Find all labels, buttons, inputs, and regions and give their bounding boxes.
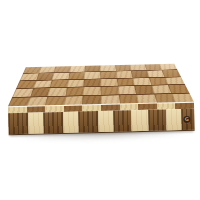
top-square-r2c6 <box>117 78 135 85</box>
top-square-r3c4 <box>83 87 101 95</box>
brand-logo-g: G <box>183 115 190 122</box>
top-square-r1c3 <box>68 72 85 79</box>
top-square-r0c5 <box>100 65 116 71</box>
top-square-r3c3 <box>65 87 83 95</box>
top-square-r1c4 <box>84 72 100 79</box>
top-square-r1c6 <box>116 71 133 78</box>
face-stripe-5 <box>98 111 113 132</box>
top-square-r0c9 <box>159 64 177 70</box>
cutting-board: G <box>0 0 200 200</box>
top-square-r2c2 <box>50 80 68 87</box>
brand-logo-letter: G <box>185 116 189 121</box>
board-front-face: G <box>8 102 195 136</box>
face-stripe-7 <box>131 110 148 131</box>
top-square-r1c5 <box>100 72 116 79</box>
face-stripe-4 <box>78 111 98 132</box>
top-square-r0c6 <box>115 65 131 71</box>
product-photo-cutting-board: G <box>0 0 200 200</box>
top-square-r3c2 <box>48 88 67 96</box>
face-stripe-8 <box>148 109 166 130</box>
top-square-r0c4 <box>85 66 100 72</box>
top-square-r1c2 <box>52 73 69 80</box>
face-stripe-9 <box>166 109 181 130</box>
face-stripe-1 <box>28 112 43 133</box>
face-stripe-6 <box>113 110 131 131</box>
top-square-r1c9 <box>162 70 181 77</box>
face-stripe-0 <box>8 113 28 134</box>
top-square-r2c5 <box>100 79 117 86</box>
top-square-r2c3 <box>67 80 84 87</box>
top-square-r3c9 <box>168 85 189 93</box>
top-square-r0c2 <box>54 66 70 72</box>
top-square-r0c3 <box>69 66 85 72</box>
face-stripe-2 <box>43 112 63 133</box>
checkerboard-grid <box>8 64 194 107</box>
top-square-r2c9 <box>165 77 185 84</box>
top-square-r3c6 <box>117 86 136 94</box>
top-square-r2c4 <box>84 79 101 86</box>
top-square-r3c5 <box>101 87 119 95</box>
face-stripe-3 <box>63 112 78 133</box>
